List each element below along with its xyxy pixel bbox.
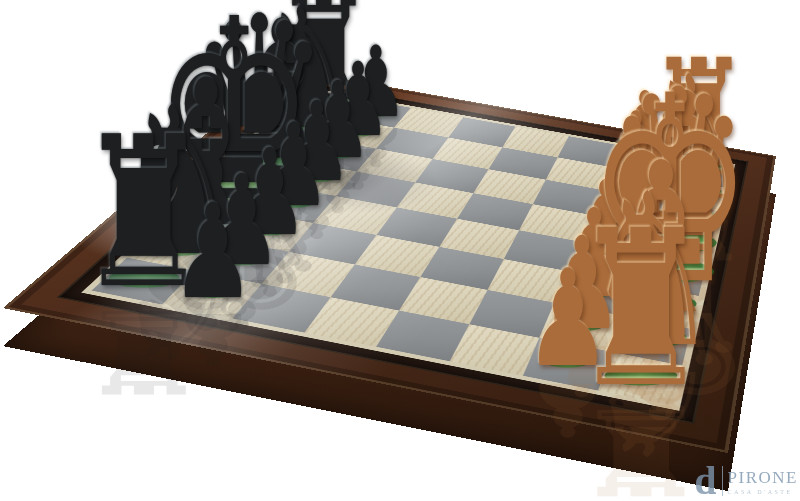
pieces-layer: ♜♜♞♞♝♝♛♛♚♚♝♝♞♞♜♜♟♟♟♟♟♟♟♟♟♟♟♟♟♟♟♟♟♟♟♟♟♟♟♟… <box>0 0 800 501</box>
auction-house-logo: d <box>694 463 716 499</box>
piece-h7-black-pawn[interactable]: ♟ <box>171 187 255 317</box>
watermark-text: PIRONE CASA D'ASTE <box>728 468 798 495</box>
watermark-subtitle: CASA D'ASTE <box>728 489 793 495</box>
chess-photo-scene: ♜♜♞♞♝♝♛♛♚♚♝♝♞♞♜♜♟♟♟♟♟♟♟♟♟♟♟♟♟♟♟♟♟♟♟♟♟♟♟♟… <box>0 0 800 501</box>
watermark-title: PIRONE <box>728 468 798 488</box>
piece-h1-white-rook[interactable]: ♜ <box>571 201 710 416</box>
watermark: d PIRONE CASA D'ASTE <box>694 463 798 499</box>
watermark-divider <box>722 466 723 496</box>
